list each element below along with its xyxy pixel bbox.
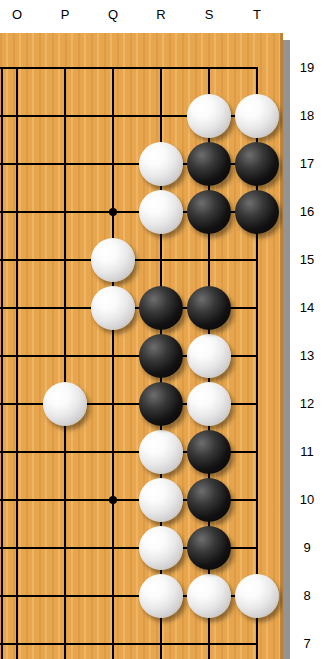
row-label: 10 [288,489,326,511]
star-point [109,208,117,216]
column-label: R [149,4,173,26]
grid-line-vertical [16,67,18,659]
row-label: 15 [288,249,326,271]
stone-black[interactable] [187,286,231,330]
row-label: 11 [288,441,326,463]
stone-black[interactable] [139,286,183,330]
row-label: 19 [288,57,326,79]
row-label: 17 [288,153,326,175]
board-crop-edge-line [1,67,3,659]
row-label: 9 [288,537,326,559]
stone-white[interactable] [187,574,231,618]
stone-white[interactable] [139,142,183,186]
stone-black[interactable] [187,142,231,186]
grid-line-horizontal [0,643,258,645]
stone-black[interactable] [187,190,231,234]
row-label: 13 [288,345,326,367]
column-label: S [197,4,221,26]
row-label: 7 [288,633,326,655]
stone-white[interactable] [139,574,183,618]
column-label: T [245,4,269,26]
stone-black[interactable] [139,334,183,378]
stone-white[interactable] [187,94,231,138]
stone-white[interactable] [91,238,135,282]
row-label: 16 [288,201,326,223]
row-label: 14 [288,297,326,319]
go-board-diagram: OPQRST 19181716151413121110987 [0,0,326,659]
star-point [109,496,117,504]
stone-black[interactable] [139,382,183,426]
stone-white[interactable] [91,286,135,330]
stone-white[interactable] [187,334,231,378]
stone-black[interactable] [235,142,279,186]
column-label: Q [101,4,125,26]
stone-white[interactable] [43,382,87,426]
stone-black[interactable] [187,478,231,522]
stone-white[interactable] [235,574,279,618]
stone-white[interactable] [139,526,183,570]
stone-black[interactable] [187,526,231,570]
row-label: 8 [288,585,326,607]
stone-white[interactable] [187,382,231,426]
stone-white[interactable] [139,190,183,234]
grid-line-vertical [112,67,114,659]
column-label: O [5,4,29,26]
grid-line-vertical [64,67,66,659]
stone-white[interactable] [235,94,279,138]
stone-black[interactable] [235,190,279,234]
go-board[interactable] [0,33,283,659]
column-label: P [53,4,77,26]
grid-line-horizontal [0,67,258,69]
stone-white[interactable] [139,478,183,522]
stone-black[interactable] [187,430,231,474]
row-label: 18 [288,105,326,127]
row-label: 12 [288,393,326,415]
stone-white[interactable] [139,430,183,474]
